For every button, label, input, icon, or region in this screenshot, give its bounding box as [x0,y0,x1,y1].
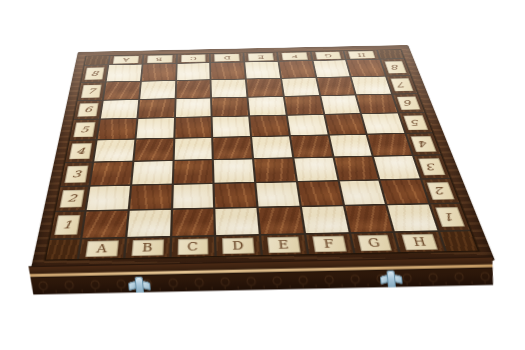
square-c5[interactable] [175,117,212,137]
file-label-bottom-a: A [79,239,124,259]
file-label-bottom-g: G [351,233,399,253]
coord-glyph: 4 [76,147,86,155]
square-b4[interactable] [134,139,173,161]
square-d3[interactable] [214,159,254,182]
square-f7[interactable] [282,78,319,96]
square-c8[interactable] [177,63,210,80]
file-label-bottom-d: D [216,236,260,256]
square-c4[interactable] [174,138,212,160]
coord-glyph: 4 [418,140,429,148]
square-e2[interactable] [256,182,299,207]
rank-label-left-5: 5 [70,120,99,140]
square-e7[interactable] [247,79,283,97]
coord-insert: 5 [403,115,428,130]
square-d6[interactable] [212,97,248,116]
square-h8[interactable] [347,60,385,77]
square-e1[interactable] [259,207,304,234]
rank-label-left-7: 7 [78,82,105,100]
coord-glyph: 6 [84,106,93,113]
coord-glyph: 1 [62,220,73,230]
latch-body [135,277,145,295]
coord-glyph: A [96,243,108,253]
square-e6[interactable] [248,97,285,116]
coord-glyph: H [357,52,366,57]
square-f8[interactable] [279,61,315,78]
rank-label-right-2: 2 [422,179,459,203]
file-label-top-a: A [109,55,142,64]
coord-insert: D [222,237,254,254]
square-e3[interactable] [254,158,295,181]
coord-insert: 8 [384,61,406,73]
square-g1[interactable] [345,206,393,233]
square-d8[interactable] [211,62,245,79]
coord-insert: F [312,236,346,253]
coord-insert: 6 [397,96,421,110]
rank-label-right-5: 5 [400,113,432,133]
rank-label-right-7: 7 [387,76,417,93]
square-g3[interactable] [334,157,378,180]
file-label-top-g: G [311,51,345,60]
coord-insert: E [267,237,300,254]
coord-glyph: 5 [80,126,89,134]
coord-insert: 6 [77,103,98,117]
coord-glyph: G [324,53,332,58]
square-g8[interactable] [313,60,350,77]
square-f4[interactable] [291,136,332,157]
coord-glyph: D [223,55,230,60]
square-g2[interactable] [339,180,385,205]
coord-insert: 8 [84,67,104,79]
coord-glyph: C [190,56,197,61]
square-e8[interactable] [245,62,280,79]
coord-glyph: B [156,57,163,62]
coord-glyph: B [142,242,154,252]
rank-label-right-1: 1 [431,204,470,230]
coord-insert: D [214,54,239,62]
square-c7[interactable] [176,80,210,98]
square-f5[interactable] [288,115,328,135]
square-f3[interactable] [294,158,337,181]
coord-insert: H [402,234,438,251]
latch-body [386,270,396,288]
coord-glyph: 1 [443,212,456,222]
file-label-top-c: C [177,54,209,63]
frame-corner [440,231,477,251]
square-a2[interactable] [87,185,130,210]
coord-glyph: 8 [391,64,401,70]
coord-glyph: F [323,239,335,249]
square-d1[interactable] [216,208,259,235]
square-a7[interactable] [104,82,140,100]
square-b6[interactable] [138,99,174,118]
frame-corner [378,50,404,59]
square-c3[interactable] [173,160,212,183]
coord-insert: 3 [64,165,88,182]
coord-insert: A [85,240,118,257]
coord-insert: H [348,51,375,59]
square-f2[interactable] [298,181,342,206]
rank-label-left-4: 4 [65,140,95,161]
square-c6[interactable] [175,98,210,117]
coord-glyph: E [257,55,264,60]
square-d4[interactable] [213,137,252,158]
square-f1[interactable] [302,206,348,233]
coord-glyph: E [278,240,290,250]
coord-insert: 5 [73,122,95,137]
file-label-top-b: B [143,55,175,64]
square-h5[interactable] [362,114,404,134]
square-a4[interactable] [94,140,134,162]
square-a3[interactable] [91,162,132,185]
square-b2[interactable] [130,185,172,210]
rank-label-right-4: 4 [407,133,441,154]
square-g7[interactable] [317,77,355,95]
file-label-bottom-f: F [306,234,353,254]
coord-glyph: G [367,238,381,248]
coord-glyph: H [412,237,428,247]
coord-insert: 1 [435,207,465,227]
coord-insert: 4 [411,136,437,152]
square-a6[interactable] [101,100,138,119]
square-d5[interactable] [213,117,250,137]
coord-glyph: 5 [410,119,421,127]
coord-glyph: 7 [397,81,407,88]
square-g6[interactable] [321,95,360,114]
square-h4[interactable] [368,134,412,155]
rank-label-left-2: 2 [56,186,89,211]
coord-glyph: 8 [90,70,99,77]
chessboard: ABCDEFGH8877665544332211ABCDEFGH [0,0,525,350]
coord-glyph: 3 [426,162,438,171]
square-a8[interactable] [107,65,142,82]
square-h6[interactable] [357,94,397,113]
coord-insert: 7 [390,78,413,91]
square-e4[interactable] [252,136,292,157]
file-label-bottom-b: B [125,238,169,258]
square-b7[interactable] [140,81,175,99]
frame-corner [85,56,109,65]
square-h1[interactable] [388,205,438,232]
coord-insert: 2 [426,182,454,200]
square-b5[interactable] [136,118,173,138]
square-h7[interactable] [352,76,391,94]
coord-insert: 2 [60,189,85,208]
square-d7[interactable] [212,79,247,97]
file-label-bottom-e: E [261,235,306,255]
coord-insert: A [113,56,139,64]
latch-right-icon [379,269,403,289]
rank-label-right-3: 3 [414,155,449,178]
coord-glyph: C [187,242,198,252]
square-b8[interactable] [142,64,176,81]
coord-insert: 4 [69,143,92,159]
rank-label-right-6: 6 [393,94,424,113]
coord-insert: C [181,54,206,62]
square-c2[interactable] [173,184,214,209]
coord-insert: 7 [81,84,102,97]
coord-glyph: 2 [67,194,78,204]
coord-insert: C [177,238,209,255]
coord-insert: 3 [418,158,445,175]
square-a5[interactable] [98,119,136,139]
coord-insert: B [131,239,163,256]
coord-glyph: F [291,54,298,59]
file-label-top-d: D [211,53,243,62]
coord-glyph: D [232,241,244,251]
rank-label-left-8: 8 [81,65,107,82]
coord-insert: B [147,55,172,63]
file-label-bottom-h: H [395,232,444,252]
file-label-top-e: E [244,52,277,61]
square-h2[interactable] [381,179,428,204]
photo-background: ABCDEFGH8877665544332211ABCDEFGH [0,0,525,350]
coord-insert: F [281,52,307,60]
rank-label-left-3: 3 [61,163,92,186]
coord-insert: E [248,53,274,61]
board-rim: ABCDEFGH8877665544332211ABCDEFGH [31,45,495,270]
square-g5[interactable] [325,114,366,134]
rank-label-right-8: 8 [381,59,410,75]
coord-glyph: A [122,57,129,62]
square-b3[interactable] [132,161,172,184]
coord-insert: G [315,52,342,60]
file-label-top-f: F [278,52,311,61]
square-g4[interactable] [329,135,371,156]
board-grid: ABCDEFGH8877665544332211ABCDEFGH [46,50,478,260]
coord-insert: G [357,235,392,252]
rank-label-left-6: 6 [74,100,102,119]
square-e5[interactable] [250,116,288,136]
coord-glyph: 7 [87,88,96,95]
square-h3[interactable] [374,156,419,179]
square-d2[interactable] [215,183,256,208]
square-b1[interactable] [127,210,170,237]
frame-corner [46,239,80,259]
file-label-bottom-c: C [171,237,215,257]
square-f6[interactable] [285,96,323,115]
coord-glyph: 3 [71,169,81,178]
coord-glyph: 2 [434,186,446,196]
file-label-top-h: H [345,50,380,59]
rank-label-left-1: 1 [50,212,84,239]
coord-insert: 1 [54,215,80,235]
square-c1[interactable] [172,209,214,236]
coord-glyph: 6 [403,99,413,106]
square-a1[interactable] [82,211,127,238]
